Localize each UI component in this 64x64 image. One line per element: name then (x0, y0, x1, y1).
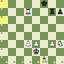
square-d6[interactable] (24, 16, 32, 24)
square-c8[interactable] (16, 0, 24, 8)
piece-black-pawn[interactable]: ♟ (57, 8, 64, 16)
square-a8[interactable]: 8 (0, 0, 8, 8)
rank-label-2: 2 (1, 48, 3, 51)
square-f6[interactable] (40, 16, 48, 24)
rank-label-6: 6 (1, 16, 3, 19)
square-b3[interactable] (8, 40, 16, 48)
square-d1[interactable]: d (24, 56, 32, 64)
square-h1[interactable]: h (56, 56, 64, 64)
piece-white-rook[interactable]: ♜ (25, 8, 32, 16)
rank-label-7: 7 (1, 8, 3, 11)
square-f7[interactable] (40, 8, 48, 16)
square-b5[interactable] (8, 24, 16, 32)
square-d8[interactable] (24, 0, 32, 8)
piece-white-pawn[interactable]: ♟ (25, 40, 32, 48)
square-f5[interactable] (40, 24, 48, 32)
square-c6[interactable] (16, 16, 24, 24)
square-f2[interactable] (40, 48, 48, 56)
piece-black-rook[interactable]: ♜ (49, 8, 56, 16)
square-h8[interactable] (56, 0, 64, 8)
square-g3[interactable]: ♟ (48, 40, 56, 48)
square-b2[interactable] (8, 48, 16, 56)
square-a6[interactable]: 6 (0, 16, 8, 24)
square-e1[interactable]: e (32, 56, 40, 64)
square-h6[interactable] (56, 16, 64, 24)
square-c1[interactable]: c (16, 56, 24, 64)
square-e5[interactable] (32, 24, 40, 32)
piece-white-king[interactable]: ♚ (33, 48, 40, 56)
square-g8[interactable] (48, 0, 56, 8)
rank-label-8: 8 (1, 0, 3, 3)
square-h3[interactable]: ♞ (56, 40, 64, 48)
square-a1[interactable]: 1a (0, 56, 8, 64)
rank-label-5: 5 (1, 24, 3, 27)
square-g4[interactable] (48, 32, 56, 40)
square-f1[interactable]: f♝ (40, 56, 48, 64)
square-c2[interactable] (16, 48, 24, 56)
rank-label-1: 1 (1, 56, 3, 59)
square-c5[interactable] (16, 24, 24, 32)
square-h7[interactable]: ♟ (56, 8, 64, 16)
square-a7[interactable]: 7 (0, 8, 8, 16)
square-d2[interactable] (24, 48, 32, 56)
square-d5[interactable] (24, 24, 32, 32)
square-b7[interactable] (8, 8, 16, 16)
square-g1[interactable]: g (48, 56, 56, 64)
square-g6[interactable] (48, 16, 56, 24)
square-f8[interactable]: ♚ (40, 0, 48, 8)
square-a4[interactable]: 4 (0, 32, 8, 40)
square-b4[interactable] (8, 32, 16, 40)
piece-white-pawn[interactable]: ♟ (49, 40, 56, 48)
square-f3[interactable] (40, 40, 48, 48)
square-h5[interactable] (56, 24, 64, 32)
square-e7[interactable] (32, 8, 40, 16)
piece-white-pawn[interactable]: ♟ (33, 40, 40, 48)
rank-label-3: 3 (1, 40, 3, 43)
square-g7[interactable]: ♜ (48, 8, 56, 16)
square-b6[interactable] (8, 16, 16, 24)
square-c7[interactable] (16, 8, 24, 16)
piece-black-king[interactable]: ♚ (41, 0, 48, 8)
square-c3[interactable] (16, 40, 24, 48)
piece-white-bishop[interactable]: ♝ (41, 56, 48, 64)
square-b8[interactable] (8, 0, 16, 8)
chess-board: 8♚7♜♜♟6543♟♟♟♞2♚1abcdef♝gh (0, 0, 64, 64)
square-e3[interactable]: ♟ (32, 40, 40, 48)
square-d3[interactable]: ♟ (24, 40, 32, 48)
file-label-h: h (61, 61, 63, 64)
square-e2[interactable]: ♚ (32, 48, 40, 56)
square-h4[interactable] (56, 32, 64, 40)
square-e8[interactable] (32, 0, 40, 8)
square-c4[interactable] (16, 32, 24, 40)
piece-white-knight[interactable]: ♞ (57, 40, 64, 48)
square-d7[interactable]: ♜ (24, 8, 32, 16)
square-e4[interactable] (32, 32, 40, 40)
square-f4[interactable] (40, 32, 48, 40)
rank-label-4: 4 (1, 32, 3, 35)
square-g5[interactable] (48, 24, 56, 32)
square-e6[interactable] (32, 16, 40, 24)
square-a3[interactable]: 3 (0, 40, 8, 48)
square-g2[interactable] (48, 48, 56, 56)
square-h2[interactable] (56, 48, 64, 56)
square-b1[interactable]: b (8, 56, 16, 64)
square-a2[interactable]: 2 (0, 48, 8, 56)
square-a5[interactable]: 5 (0, 24, 8, 32)
square-d4[interactable] (24, 32, 32, 40)
